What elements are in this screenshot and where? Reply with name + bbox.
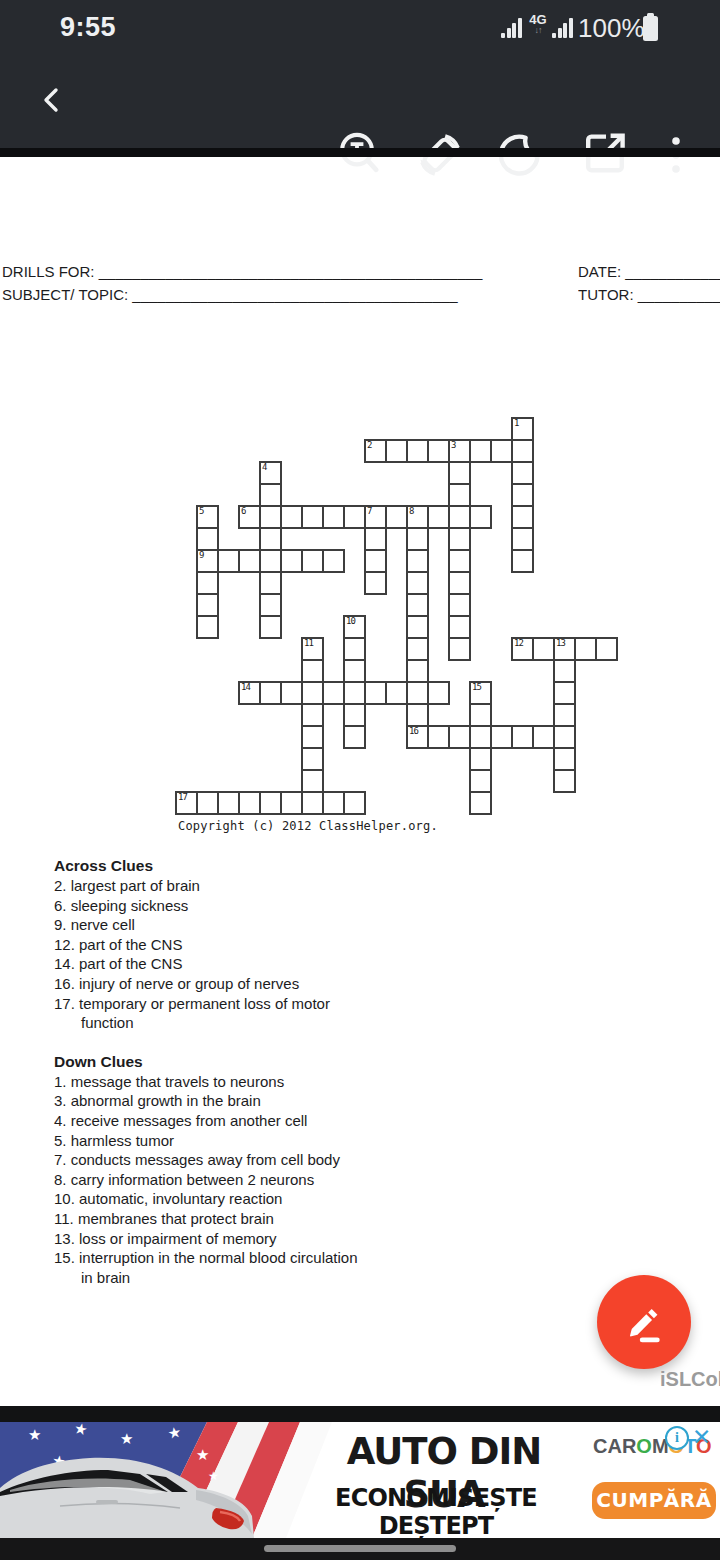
crossword-cell	[343, 637, 366, 661]
toolbar-separator	[0, 148, 720, 157]
crossword-cell	[511, 549, 534, 573]
crossword-cell	[385, 681, 408, 705]
back-icon[interactable]	[36, 84, 68, 116]
crossword-cell: 9	[196, 549, 219, 573]
crossword-cell	[448, 483, 471, 507]
svg-text:★: ★	[208, 1469, 219, 1483]
crossword-cell	[196, 593, 219, 617]
crossword-cell	[322, 505, 345, 529]
ad-separator	[0, 1406, 720, 1422]
crossword-cell	[490, 725, 513, 749]
crossword-cell: 7	[364, 505, 387, 529]
network-4g-icon: 4G ↓↑	[527, 13, 549, 35]
clue-number: 16	[409, 726, 418, 736]
crossword-cell	[259, 615, 282, 639]
blank-line: _______________________________________	[132, 286, 457, 303]
crossword-cell	[406, 681, 429, 705]
crossword-cell	[364, 681, 387, 705]
crossword-cell: 15	[469, 681, 492, 705]
ad-cta-button[interactable]: CUMPĂRĂ	[592, 1482, 716, 1519]
crossword-cell	[385, 439, 408, 463]
signal-icon	[501, 17, 523, 38]
down-clues-list: 1. message that travels to neurons3. abn…	[54, 1072, 404, 1288]
clue-item: 14. part of the CNS	[54, 954, 404, 974]
clue-number: 17	[178, 792, 187, 802]
crossword-cell	[532, 725, 555, 749]
pdf-viewer-screen: 9:55 4G ↓↑ 100%	[0, 0, 720, 1560]
crossword-cell	[448, 505, 471, 529]
crossword-cell: 16	[406, 725, 429, 749]
crossword-cell	[301, 659, 324, 683]
crossword-cell	[448, 615, 471, 639]
clue-item: 15. interruption in the normal blood cir…	[54, 1248, 404, 1287]
crossword-cell	[301, 505, 324, 529]
ad-close-icon[interactable]: ✕	[692, 1424, 711, 1451]
crossword-cell	[448, 725, 471, 749]
crossword-cell: 14	[238, 681, 261, 705]
clue-item: 8. carry information between 2 neurons	[54, 1170, 404, 1190]
crossword-cell	[406, 549, 429, 573]
crossword-cell	[532, 637, 555, 661]
crossword-cell	[469, 747, 492, 771]
clue-item: 16. injury of nerve or group of nerves	[54, 974, 404, 994]
crossword-cell	[364, 571, 387, 595]
crossword-cell	[469, 505, 492, 529]
clue-number: 9	[199, 550, 203, 560]
battery-icon	[643, 16, 658, 41]
crossword-cell	[511, 483, 534, 507]
clue-item: 1. message that travels to neurons	[54, 1072, 404, 1092]
crossword-cell	[406, 637, 429, 661]
crossword-cell	[469, 725, 492, 749]
crossword-cell: 13	[553, 637, 576, 661]
clue-number: 3	[451, 440, 455, 450]
battery-percent: 100%	[578, 13, 645, 44]
crossword-cell	[238, 791, 261, 815]
crossword-cell	[259, 593, 282, 617]
copyright-line: Copyright (c) 2012 ClassHelper.org.	[178, 819, 438, 833]
clue-item: 5. harmless tumor	[54, 1131, 404, 1151]
svg-text:★: ★	[196, 1446, 209, 1464]
crossword-cell	[301, 747, 324, 771]
clue-number: 6	[241, 506, 245, 516]
crossword-cell	[553, 659, 576, 683]
crossword-cell: 4	[259, 461, 282, 485]
clue-item: 10. automatic, involuntary reaction	[54, 1189, 404, 1209]
clue-item: 2. largest part of brain	[54, 876, 404, 896]
crossword-cell	[259, 483, 282, 507]
crossword-cell	[301, 791, 324, 815]
crossword-cell	[259, 571, 282, 595]
clue-item: 4. receive messages from another cell	[54, 1111, 404, 1131]
crossword-cell	[280, 549, 303, 573]
brand-letter: O	[636, 1435, 652, 1457]
crossword-cell	[406, 439, 429, 463]
crossword-cell	[385, 505, 408, 529]
crossword-cell	[301, 703, 324, 727]
crossword-cell	[469, 439, 492, 463]
crossword-cell	[511, 461, 534, 485]
crossword-cell	[406, 527, 429, 551]
clue-number: 14	[241, 682, 250, 692]
crossword-cell	[406, 703, 429, 727]
crossword-cell	[322, 549, 345, 573]
blank-line: ________________________	[638, 286, 720, 303]
status-bar: 9:55 4G ↓↑ 100%	[0, 0, 720, 55]
crossword-cell	[217, 549, 240, 573]
crossword-cell	[469, 791, 492, 815]
crossword-cell	[301, 725, 324, 749]
crossword-cell	[196, 571, 219, 595]
crossword-cell	[364, 549, 387, 573]
crossword-cell	[448, 527, 471, 551]
crossword-cell	[511, 725, 534, 749]
clue-item: 12. part of the CNS	[54, 935, 404, 955]
crossword-cell: 3	[448, 439, 471, 463]
svg-text:★: ★	[28, 1426, 41, 1444]
car-flag-ad-image: ★★ ★★ ★★ ★★ ★★	[0, 1422, 332, 1538]
crossword-cell	[343, 659, 366, 683]
crossword-cell	[343, 725, 366, 749]
clue-number: 7	[367, 506, 371, 516]
crossword-cell	[448, 549, 471, 573]
crossword-cell	[511, 439, 534, 463]
crossword-cell	[574, 637, 597, 661]
crossword-cell	[343, 505, 366, 529]
crossword-cell	[301, 769, 324, 793]
crossword-cell	[364, 527, 387, 551]
crossword-cell	[259, 681, 282, 705]
clue-number: 10	[346, 616, 355, 626]
crossword-cell: 1	[511, 417, 534, 441]
crossword-cell	[448, 571, 471, 595]
ad-tagline: ECONOMISEȘTE DEȘTEPT	[288, 1484, 584, 1538]
clue-item: 17. temporary or permanent loss of motor…	[54, 994, 404, 1033]
crossword-cell	[322, 791, 345, 815]
crossword-cell: 12	[511, 637, 534, 661]
pencil-edit-icon	[621, 1299, 667, 1345]
crossword-cell	[259, 549, 282, 573]
clue-number: 5	[199, 506, 203, 516]
crossword-cell	[280, 681, 303, 705]
clue-number: 2	[367, 440, 371, 450]
clue-item: 13. loss or impairment of memory	[54, 1229, 404, 1249]
crossword-cell	[238, 549, 261, 573]
clue-item: 6. sleeping sickness	[54, 896, 404, 916]
drills-for-field: DRILLS FOR: ____________________________…	[2, 263, 482, 280]
clue-number: 11	[304, 638, 313, 648]
crossword-cell	[406, 571, 429, 595]
clue-item: 11. membranes that protect brain	[54, 1209, 404, 1229]
crossword-cell: 17	[175, 791, 198, 815]
crossword-cell	[511, 505, 534, 529]
crossword-cell	[448, 637, 471, 661]
crossword-cell	[301, 681, 324, 705]
crossword-cell	[511, 527, 534, 551]
ad-choices-icon[interactable]: i	[665, 1426, 689, 1450]
brand-letter: CAR	[593, 1435, 636, 1457]
crossword-cell	[490, 439, 513, 463]
crossword-grid: 1234567891011121314151617	[175, 417, 618, 815]
crossword-cell	[427, 439, 450, 463]
crossword-cell	[427, 505, 450, 529]
crossword-cell	[343, 791, 366, 815]
crossword-cell	[280, 505, 303, 529]
crossword-cell: 2	[364, 439, 387, 463]
subject-topic-field: SUBJECT/ TOPIC: ________________________…	[2, 286, 458, 303]
across-clues-list: 2. largest part of brain6. sleeping sick…	[54, 876, 404, 1033]
crossword-cell	[595, 637, 618, 661]
svg-text:★: ★	[120, 1430, 133, 1448]
islcollective-watermark: iSLCol	[660, 1368, 720, 1391]
crossword-cell	[259, 527, 282, 551]
viewer-toolbar	[0, 55, 720, 148]
crossword-cell	[427, 681, 450, 705]
clue-number: 13	[556, 638, 565, 648]
down-clues-title: Down Clues	[54, 1051, 404, 1072]
tutor-field: TUTOR: ________________________	[578, 286, 720, 303]
clue-number: 4	[262, 462, 266, 472]
crossword-cell	[406, 593, 429, 617]
crossword-cell: 11	[301, 637, 324, 661]
crossword-cell	[259, 791, 282, 815]
crossword-cell: 5	[196, 505, 219, 529]
crossword-cell	[196, 615, 219, 639]
clues-section: Across Clues 2. largest part of brain6. …	[54, 855, 404, 1287]
crossword-cell: 6	[238, 505, 261, 529]
clue-number: 1	[514, 418, 518, 428]
crossword-cell	[280, 791, 303, 815]
crossword-cell	[553, 703, 576, 727]
crossword-cell	[406, 615, 429, 639]
crossword-cell	[469, 769, 492, 793]
crossword-cell	[553, 725, 576, 749]
clue-item: 9. nerve cell	[54, 915, 404, 935]
crossword-cell	[448, 593, 471, 617]
blank-line: ________________________________________…	[99, 263, 483, 280]
bottom-nav-bar	[0, 1538, 720, 1560]
crossword-cell: 10	[343, 615, 366, 639]
crossword-cell: 8	[406, 505, 429, 529]
crossword-cell	[322, 681, 345, 705]
crossword-cell	[553, 681, 576, 705]
signal-icon	[552, 17, 574, 38]
edit-fab-button[interactable]	[597, 1275, 691, 1369]
across-clues-title: Across Clues	[54, 855, 404, 876]
crossword-cell	[553, 769, 576, 793]
crossword-cell	[343, 703, 366, 727]
home-indicator[interactable]	[264, 1545, 456, 1552]
crossword-cell	[448, 461, 471, 485]
date-field: DATE: ________________________	[578, 263, 720, 280]
crossword-cell	[406, 659, 429, 683]
crossword-cell	[196, 791, 219, 815]
crossword-cell	[553, 747, 576, 771]
crossword-cell	[343, 681, 366, 705]
clue-number: 8	[409, 506, 413, 516]
clock: 9:55	[60, 12, 116, 43]
ad-banner[interactable]: ★★ ★★ ★★ ★★ ★★ AUTO DIN SUA ECONOMISEȘTE…	[0, 1422, 720, 1538]
clue-item: 7. conducts messages away from cell body	[54, 1150, 404, 1170]
clue-item: 3. abnormal growth in the brain	[54, 1091, 404, 1111]
crossword-cell	[469, 703, 492, 727]
crossword-cell	[427, 725, 450, 749]
crossword-cell	[301, 549, 324, 573]
clue-number: 15	[472, 682, 481, 692]
crossword-cell	[196, 527, 219, 551]
crossword-cell	[217, 791, 240, 815]
clue-number: 12	[514, 638, 523, 648]
crossword-cell	[259, 505, 282, 529]
blank-line: ________________________	[625, 263, 720, 280]
